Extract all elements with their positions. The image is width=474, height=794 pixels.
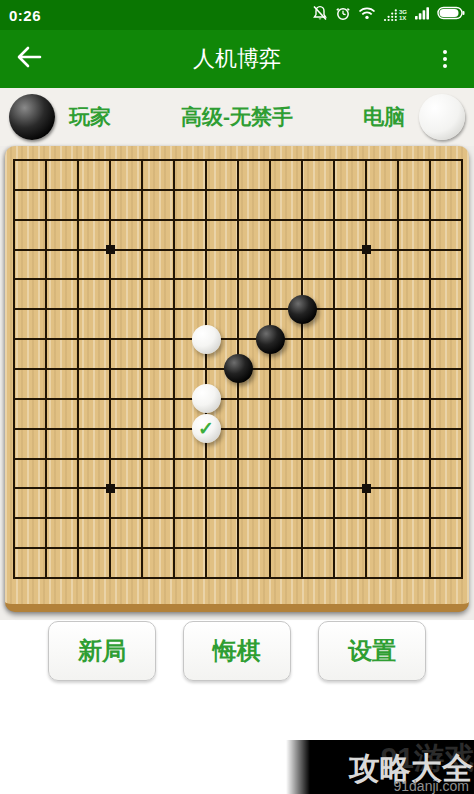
- grid-line: [269, 159, 271, 579]
- white-stone: [192, 384, 221, 413]
- white-stone: ✓: [192, 414, 221, 443]
- difficulty-rule-label: 高级-无禁手: [111, 103, 363, 131]
- star-point: [362, 245, 371, 254]
- player-label: 玩家: [69, 103, 111, 131]
- grid-line: [13, 487, 463, 489]
- notifications-muted-icon: [312, 5, 328, 25]
- alarm-clock-icon: [335, 5, 351, 25]
- back-arrow-icon: [16, 46, 42, 72]
- star-point: [362, 484, 371, 493]
- board-grid[interactable]: ✓: [5, 146, 469, 604]
- status-icons: 3G 1X: [312, 5, 465, 25]
- settings-button[interactable]: 设置: [318, 621, 426, 681]
- menu-dot-icon: [443, 57, 447, 61]
- black-stone: [256, 325, 285, 354]
- app-bar: 人机博弈: [0, 30, 474, 88]
- back-button[interactable]: [0, 30, 58, 88]
- grid-line: [429, 159, 431, 579]
- grid-line: [333, 159, 335, 579]
- grid-line: [13, 547, 463, 549]
- battery-icon: [437, 6, 465, 24]
- grid-line: [365, 159, 367, 579]
- undo-move-button[interactable]: 悔棋: [183, 621, 291, 681]
- grid-line: [13, 458, 463, 460]
- black-stone-player-icon: [9, 94, 55, 140]
- star-point: [106, 484, 115, 493]
- grid-line: [13, 428, 463, 430]
- wifi-icon: [358, 6, 376, 24]
- board-section: ✓: [0, 146, 474, 620]
- mobile-signal-dots-icon: 3G 1X: [383, 8, 407, 22]
- grid-line: [13, 398, 463, 400]
- clock-time: 0:26: [9, 7, 41, 24]
- white-stone: [192, 325, 221, 354]
- menu-dot-icon: [443, 50, 447, 54]
- grid-line: [301, 159, 303, 579]
- status-bar: 0:26 3G 1X: [0, 0, 474, 30]
- menu-dot-icon: [443, 64, 447, 68]
- page-title: 人机博弈: [58, 44, 416, 74]
- grid-line: [397, 159, 399, 579]
- action-buttons-row: 新局 悔棋 设置: [0, 621, 474, 681]
- overflow-menu-button[interactable]: [416, 30, 474, 88]
- computer-label: 电脑: [363, 103, 405, 131]
- watermark-site-url: 91danji.com: [394, 778, 470, 794]
- last-move-check-icon: ✓: [192, 414, 221, 443]
- new-game-button[interactable]: 新局: [48, 621, 156, 681]
- player-info-bar: 玩家 高级-无禁手 电脑: [0, 88, 474, 146]
- signal-bars-icon: [414, 6, 430, 24]
- grid-line: [13, 517, 463, 519]
- star-point: [106, 245, 115, 254]
- white-stone-computer-icon: [419, 94, 465, 140]
- grid-line: [461, 159, 463, 579]
- grid-line: [13, 577, 463, 579]
- black-stone: [224, 354, 253, 383]
- black-stone: [288, 295, 317, 324]
- site-watermark: 91游戏 攻略大全 91danji.com: [286, 740, 474, 794]
- gomoku-board[interactable]: ✓: [5, 146, 469, 612]
- network-type-label: 3G 1X: [399, 9, 407, 21]
